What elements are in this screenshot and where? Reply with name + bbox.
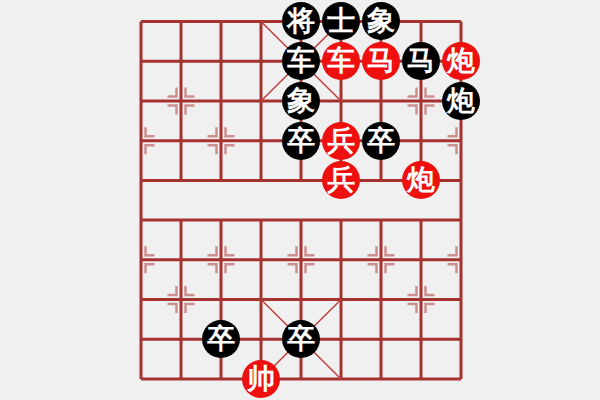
piece-black-soldier[interactable]: 卒 [282, 320, 320, 358]
piece-red-cannon[interactable]: 炮 [442, 42, 480, 80]
piece-black-chariot[interactable]: 车 [282, 42, 320, 80]
piece-black-soldier[interactable]: 卒 [282, 122, 320, 160]
piece-black-cannon[interactable]: 炮 [442, 82, 480, 120]
piece-red-soldier[interactable]: 兵 [322, 161, 360, 199]
piece-black-soldier[interactable]: 卒 [362, 122, 400, 160]
piece-black-advisor[interactable]: 士 [322, 2, 360, 40]
xiangqi-board: 将士象车车马马炮象炮卒兵卒兵炮卒卒帅 [0, 0, 600, 400]
piece-red-cannon[interactable]: 炮 [402, 161, 440, 199]
pieces-layer: 将士象车车马马炮象炮卒兵卒兵炮卒卒帅 [121, 2, 481, 399]
piece-black-elephant[interactable]: 象 [282, 82, 320, 120]
piece-red-chariot[interactable]: 车 [322, 42, 360, 80]
piece-black-general[interactable]: 将 [282, 2, 320, 40]
piece-black-soldier[interactable]: 卒 [202, 320, 240, 358]
piece-black-horse[interactable]: 马 [402, 42, 440, 80]
piece-red-soldier[interactable]: 兵 [322, 122, 360, 160]
piece-red-general[interactable]: 帅 [242, 360, 280, 398]
piece-red-horse[interactable]: 马 [362, 42, 400, 80]
piece-black-elephant[interactable]: 象 [362, 2, 400, 40]
